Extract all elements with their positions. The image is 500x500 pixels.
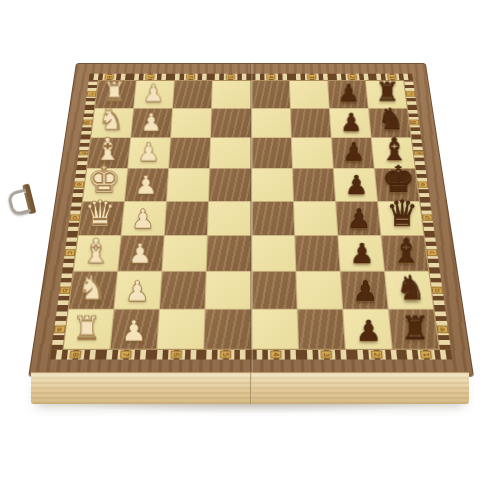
square-g6[interactable]: [171, 109, 211, 138]
piece-white-knight[interactable]: ♞: [69, 271, 113, 305]
rank-label-4: 4: [271, 351, 282, 359]
file-label-g: g: [409, 120, 419, 126]
rank-label-cell: 5: [201, 350, 251, 360]
rank-label-cell: 6: [170, 74, 211, 80]
square-h4[interactable]: [251, 81, 289, 108]
square-g3[interactable]: [290, 109, 330, 138]
file-label-d: d: [422, 214, 433, 221]
fold-seam-edge: [250, 373, 252, 404]
square-e6[interactable]: [167, 169, 209, 201]
square-c1[interactable]: ♝: [381, 236, 428, 271]
coordinate-strip-top: 87654321: [89, 74, 413, 80]
square-a2[interactable]: ♟: [343, 310, 391, 349]
piece-black-pawn[interactable]: ♟: [343, 277, 387, 305]
rank-label-cell: 8: [50, 350, 101, 360]
rank-label-5: 5: [220, 351, 231, 359]
piece-black-pawn[interactable]: ♟: [345, 316, 391, 345]
square-a6[interactable]: [158, 310, 205, 349]
square-b2[interactable]: ♟: [340, 272, 387, 309]
square-f2[interactable]: ♟: [332, 138, 374, 168]
piece-black-rook[interactable]: ♜: [392, 313, 438, 345]
square-d5[interactable]: [208, 201, 250, 234]
square-f4[interactable]: [251, 138, 291, 168]
rank-label-8: 8: [70, 351, 82, 359]
piece-black-bishop[interactable]: ♝: [384, 233, 427, 267]
square-b1[interactable]: ♞: [385, 272, 433, 309]
file-label-e: e: [74, 181, 85, 187]
box-front-edge: [31, 372, 469, 404]
rank-label-3: 3: [320, 351, 332, 359]
square-a5[interactable]: [205, 310, 251, 349]
square-d6[interactable]: [165, 201, 208, 234]
square-h6[interactable]: [173, 81, 212, 108]
rank-label-cell: 2: [351, 350, 402, 360]
file-label-h: h: [405, 91, 415, 97]
rank-label-7: 7: [145, 74, 155, 79]
rank-label-cell: 4: [251, 350, 301, 360]
piece-black-pawn[interactable]: ♟: [331, 110, 370, 135]
square-a7[interactable]: ♟: [111, 310, 159, 349]
piece-white-pawn[interactable]: ♟: [134, 81, 172, 105]
square-c4[interactable]: [252, 236, 295, 271]
file-label-f: f: [78, 151, 88, 156]
piece-black-knight[interactable]: ♞: [388, 271, 432, 305]
piece-white-pawn[interactable]: ♟: [122, 205, 164, 232]
file-label-b: b: [431, 286, 443, 294]
piece-black-queen[interactable]: ♛: [381, 196, 423, 232]
rank-label-cell: 4: [251, 74, 292, 80]
piece-white-pawn[interactable]: ♟: [129, 140, 169, 165]
piece-black-pawn[interactable]: ♟: [329, 81, 367, 105]
rank-label-7: 7: [120, 351, 132, 359]
rank-label-2: 2: [347, 74, 357, 79]
piece-black-pawn[interactable]: ♟: [338, 205, 380, 232]
square-f6[interactable]: [169, 138, 210, 168]
square-e5[interactable]: [209, 169, 250, 201]
square-c2[interactable]: ♟: [338, 236, 384, 271]
rank-label-cell: 3: [291, 74, 332, 80]
square-c6[interactable]: [163, 236, 208, 271]
rank-label-6: 6: [186, 74, 195, 79]
square-d7[interactable]: ♟: [122, 201, 166, 234]
rank-label-cell: 6: [151, 350, 202, 360]
rank-label-cell: 2: [332, 74, 373, 80]
photo-canvas: { "game": "chess", "scene": { "type": "p…: [0, 0, 500, 500]
square-c5[interactable]: [207, 236, 250, 271]
square-f5[interactable]: [210, 138, 250, 168]
square-d3[interactable]: [294, 201, 337, 234]
rank-label-2: 2: [370, 351, 382, 359]
square-c3[interactable]: [295, 236, 340, 271]
square-b7[interactable]: ♟: [115, 272, 162, 309]
chessboard: 87654321 87654321 hgfedcba hgfedcba ♜♟♟♜…: [28, 63, 474, 377]
file-label-c: c: [426, 250, 437, 257]
square-d2[interactable]: ♟: [336, 201, 380, 234]
piece-black-pawn[interactable]: ♟: [340, 240, 383, 267]
square-h7[interactable]: ♟: [134, 81, 174, 108]
piece-black-pawn[interactable]: ♟: [333, 140, 373, 165]
square-c8[interactable]: ♝: [74, 236, 121, 271]
piece-white-rook[interactable]: ♜: [64, 313, 110, 345]
square-a1[interactable]: ♜: [389, 310, 439, 349]
square-a8[interactable]: ♜: [64, 310, 114, 349]
piece-white-queen[interactable]: ♛: [79, 196, 121, 232]
square-g4[interactable]: [251, 109, 290, 138]
rank-label-5: 5: [226, 74, 235, 79]
square-b8[interactable]: ♞: [69, 272, 117, 309]
rank-label-cell: 3: [301, 350, 352, 360]
square-b6[interactable]: [160, 272, 206, 309]
rank-label-1: 1: [420, 351, 432, 359]
square-h2[interactable]: ♟: [328, 81, 368, 108]
file-label-e: e: [417, 181, 428, 187]
square-f3[interactable]: [291, 138, 332, 168]
rank-label-4: 4: [267, 74, 276, 79]
scene: 87654321 87654321 hgfedcba hgfedcba ♜♟♟♜…: [0, 0, 500, 500]
file-label-g: g: [82, 120, 92, 126]
rank-label-6: 6: [170, 351, 182, 359]
square-d4[interactable]: [252, 201, 294, 234]
piece-white-bishop[interactable]: ♝: [74, 233, 117, 267]
piece-white-pawn[interactable]: ♟: [119, 240, 162, 267]
square-e7[interactable]: ♟: [125, 169, 168, 201]
file-label-f: f: [413, 151, 423, 156]
rank-label-3: 3: [307, 74, 316, 79]
square-g5[interactable]: [211, 109, 250, 138]
square-a4[interactable]: [252, 310, 298, 349]
square-e4[interactable]: [251, 169, 292, 201]
square-h3[interactable]: [290, 81, 329, 108]
rank-label-cell: 7: [100, 350, 151, 360]
piece-white-pawn[interactable]: ♟: [115, 277, 159, 305]
square-h5[interactable]: [212, 81, 250, 108]
square-g2[interactable]: ♟: [330, 109, 371, 138]
square-b5[interactable]: [206, 272, 251, 309]
square-e2[interactable]: ♟: [334, 169, 377, 201]
rank-label-8: 8: [105, 74, 115, 79]
square-b3[interactable]: [296, 272, 342, 309]
square-a3[interactable]: [297, 310, 344, 349]
file-label-h: h: [86, 91, 96, 97]
file-label-a: a: [436, 325, 448, 333]
piece-white-pawn[interactable]: ♟: [111, 316, 157, 345]
piece-white-pawn[interactable]: ♟: [125, 172, 166, 198]
square-g7[interactable]: ♟: [131, 109, 172, 138]
square-c7[interactable]: ♟: [118, 236, 164, 271]
rank-label-cell: 1: [401, 350, 452, 360]
piece-black-pawn[interactable]: ♟: [336, 172, 377, 198]
square-b4[interactable]: [252, 272, 297, 309]
rank-label-cell: 5: [210, 74, 251, 80]
square-e3[interactable]: [293, 169, 335, 201]
rank-label-cell: 7: [129, 74, 170, 80]
piece-white-pawn[interactable]: ♟: [132, 110, 171, 135]
rank-label-1: 1: [388, 74, 398, 79]
square-f7[interactable]: ♟: [128, 138, 170, 168]
